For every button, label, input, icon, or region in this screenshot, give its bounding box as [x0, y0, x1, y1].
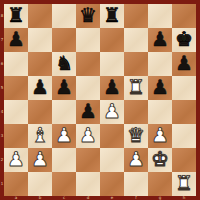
piece-white-bishop[interactable]: ♝	[28, 124, 52, 148]
square-f1[interactable]	[124, 172, 148, 196]
square-b8[interactable]	[28, 4, 52, 28]
square-c2[interactable]	[52, 148, 76, 172]
piece-white-pawn[interactable]: ♟	[124, 148, 148, 172]
square-f8[interactable]	[124, 4, 148, 28]
square-b3[interactable]: ♝	[28, 124, 52, 148]
file-label: c	[52, 196, 76, 200]
square-a7[interactable]: ♟	[4, 28, 28, 52]
square-e2[interactable]	[100, 148, 124, 172]
file-label: d	[76, 196, 100, 200]
piece-black-pawn[interactable]: ♟	[76, 100, 100, 124]
square-h3[interactable]	[172, 124, 196, 148]
square-c6[interactable]: ♞	[52, 52, 76, 76]
piece-white-pawn[interactable]: ♟	[148, 124, 172, 148]
square-a4[interactable]	[4, 100, 28, 124]
square-d8[interactable]: ♛	[76, 4, 100, 28]
square-h1[interactable]: ♜	[172, 172, 196, 196]
square-b2[interactable]: ♟	[28, 148, 52, 172]
square-b5[interactable]: ♟	[28, 76, 52, 100]
square-f5[interactable]: ♜	[124, 76, 148, 100]
square-f7[interactable]	[124, 28, 148, 52]
square-e4[interactable]: ♟	[100, 100, 124, 124]
piece-white-queen[interactable]: ♛	[124, 124, 148, 148]
piece-white-pawn[interactable]: ♟	[76, 124, 100, 148]
square-b1[interactable]	[28, 172, 52, 196]
square-d5[interactable]	[76, 76, 100, 100]
square-f4[interactable]	[124, 100, 148, 124]
piece-white-king[interactable]: ♚	[148, 148, 172, 172]
piece-black-king[interactable]: ♚	[172, 28, 196, 52]
piece-white-pawn[interactable]: ♟	[100, 100, 124, 124]
piece-black-rook[interactable]: ♜	[4, 4, 28, 28]
square-f3[interactable]: ♛	[124, 124, 148, 148]
square-h8[interactable]	[172, 4, 196, 28]
square-h7[interactable]: ♚	[172, 28, 196, 52]
square-f6[interactable]	[124, 52, 148, 76]
square-b6[interactable]	[28, 52, 52, 76]
piece-black-pawn[interactable]: ♟	[172, 52, 196, 76]
square-c8[interactable]	[52, 4, 76, 28]
file-label: a	[4, 196, 28, 200]
file-label: f	[124, 196, 148, 200]
square-a8[interactable]: ♜	[4, 4, 28, 28]
square-d7[interactable]	[76, 28, 100, 52]
square-c7[interactable]	[52, 28, 76, 52]
square-c1[interactable]	[52, 172, 76, 196]
square-g5[interactable]: ♟	[148, 76, 172, 100]
piece-black-rook[interactable]: ♜	[100, 4, 124, 28]
square-e1[interactable]	[100, 172, 124, 196]
square-e3[interactable]	[100, 124, 124, 148]
piece-black-pawn[interactable]: ♟	[4, 28, 28, 52]
piece-white-rook[interactable]: ♜	[172, 172, 196, 196]
piece-black-pawn[interactable]: ♟	[52, 76, 76, 100]
file-label: e	[100, 196, 124, 200]
square-g7[interactable]: ♟	[148, 28, 172, 52]
piece-white-pawn[interactable]: ♟	[28, 148, 52, 172]
square-g1[interactable]	[148, 172, 172, 196]
square-d2[interactable]	[76, 148, 100, 172]
square-h2[interactable]	[172, 148, 196, 172]
file-label: g	[148, 196, 172, 200]
square-b4[interactable]	[28, 100, 52, 124]
square-h6[interactable]: ♟	[172, 52, 196, 76]
square-a6[interactable]	[4, 52, 28, 76]
piece-black-knight[interactable]: ♞	[52, 52, 76, 76]
square-g6[interactable]	[148, 52, 172, 76]
square-e7[interactable]	[100, 28, 124, 52]
square-f2[interactable]: ♟	[124, 148, 148, 172]
square-g4[interactable]	[148, 100, 172, 124]
board-grid: ♜♛♜♟♟♚♞♟♟♟♟♜♟♟♟♝♟♟♛♟♟♟♟♚♜	[4, 4, 196, 196]
chess-board: 87654321 abcdefgh ♜♛♜♟♟♚♞♟♟♟♟♜♟♟♟♝♟♟♛♟♟♟…	[0, 0, 200, 200]
piece-white-pawn[interactable]: ♟	[52, 124, 76, 148]
square-e5[interactable]: ♟	[100, 76, 124, 100]
square-h4[interactable]	[172, 100, 196, 124]
piece-black-pawn[interactable]: ♟	[148, 76, 172, 100]
file-label: b	[28, 196, 52, 200]
square-d3[interactable]: ♟	[76, 124, 100, 148]
square-e8[interactable]: ♜	[100, 4, 124, 28]
square-d6[interactable]	[76, 52, 100, 76]
square-h5[interactable]	[172, 76, 196, 100]
file-labels: abcdefgh	[4, 196, 196, 200]
square-g3[interactable]: ♟	[148, 124, 172, 148]
square-a2[interactable]: ♟	[4, 148, 28, 172]
square-a1[interactable]	[4, 172, 28, 196]
file-label: h	[172, 196, 196, 200]
square-a5[interactable]	[4, 76, 28, 100]
square-c4[interactable]	[52, 100, 76, 124]
piece-black-pawn[interactable]: ♟	[100, 76, 124, 100]
piece-black-pawn[interactable]: ♟	[148, 28, 172, 52]
square-e6[interactable]	[100, 52, 124, 76]
square-b7[interactable]	[28, 28, 52, 52]
piece-black-pawn[interactable]: ♟	[28, 76, 52, 100]
square-d1[interactable]	[76, 172, 100, 196]
square-g8[interactable]	[148, 4, 172, 28]
square-d4[interactable]: ♟	[76, 100, 100, 124]
square-a3[interactable]	[4, 124, 28, 148]
square-c3[interactable]: ♟	[52, 124, 76, 148]
square-g2[interactable]: ♚	[148, 148, 172, 172]
piece-white-pawn[interactable]: ♟	[4, 148, 28, 172]
square-c5[interactable]: ♟	[52, 76, 76, 100]
piece-white-rook[interactable]: ♜	[124, 76, 148, 100]
piece-black-queen[interactable]: ♛	[76, 4, 100, 28]
